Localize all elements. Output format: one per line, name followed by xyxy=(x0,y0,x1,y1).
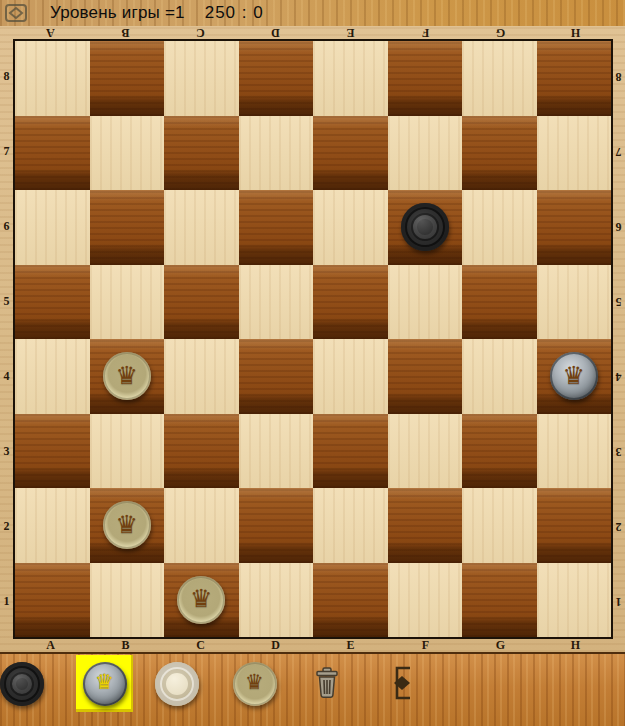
board-setup-icon[interactable] xyxy=(4,3,28,23)
square-g1[interactable] xyxy=(462,563,537,638)
square-d3[interactable] xyxy=(239,414,314,489)
file-labels-bottom: ABCDEFGH xyxy=(13,639,613,652)
square-g5[interactable] xyxy=(462,265,537,340)
palette-black-man-button[interactable] xyxy=(0,655,50,712)
square-d1[interactable] xyxy=(239,563,314,638)
square-f5[interactable] xyxy=(388,265,463,340)
piece-b4-white-king[interactable]: ♛ xyxy=(103,352,151,400)
square-c6[interactable] xyxy=(164,190,239,265)
score-text: 250 : 0 xyxy=(205,3,264,23)
rank-label-6: 6 xyxy=(612,189,625,264)
exit-icon[interactable] xyxy=(391,664,419,704)
square-b6[interactable] xyxy=(90,190,165,265)
rank-label-6: 6 xyxy=(0,189,13,264)
square-b2[interactable]: ♛ xyxy=(90,488,165,563)
square-a8[interactable] xyxy=(15,41,90,116)
file-labels-top: ABCDEFGH xyxy=(13,26,613,39)
palette-white-king-button[interactable]: ♛ xyxy=(226,655,283,712)
square-d8[interactable] xyxy=(239,41,314,116)
square-h5[interactable] xyxy=(537,265,612,340)
square-g8[interactable] xyxy=(462,41,537,116)
palette-piece-white-king: ♛ xyxy=(233,662,277,706)
square-h7[interactable] xyxy=(537,116,612,191)
square-f4[interactable] xyxy=(388,339,463,414)
square-a6[interactable] xyxy=(15,190,90,265)
board-grid: ♛♛♛♛ xyxy=(13,39,613,639)
rank-label-1: 1 xyxy=(0,564,13,639)
square-h2[interactable] xyxy=(537,488,612,563)
piece-h4-black-king[interactable]: ♛ xyxy=(550,352,598,400)
rank-label-7: 7 xyxy=(612,114,625,189)
crown-icon: ♛ xyxy=(95,672,114,693)
palette-black-king-button[interactable]: ♛ xyxy=(76,655,133,712)
rank-label-8: 8 xyxy=(612,39,625,114)
square-b5[interactable] xyxy=(90,265,165,340)
file-label-c: C xyxy=(163,26,238,39)
file-label-b: B xyxy=(88,639,163,652)
square-a4[interactable] xyxy=(15,339,90,414)
rank-label-3: 3 xyxy=(0,414,13,489)
file-label-g: G xyxy=(463,26,538,39)
square-e3[interactable] xyxy=(313,414,388,489)
square-g6[interactable] xyxy=(462,190,537,265)
square-b1[interactable] xyxy=(90,563,165,638)
palette-white-man-button[interactable] xyxy=(148,655,205,712)
rank-label-7: 7 xyxy=(0,114,13,189)
file-label-g: G xyxy=(463,639,538,652)
square-a1[interactable] xyxy=(15,563,90,638)
file-label-f: F xyxy=(388,639,463,652)
square-f2[interactable] xyxy=(388,488,463,563)
file-label-b: B xyxy=(88,26,163,39)
piece-palette-toolbar: ♛ ♛ xyxy=(0,652,625,726)
square-e7[interactable] xyxy=(313,116,388,191)
file-label-a: A xyxy=(13,639,88,652)
rank-label-5: 5 xyxy=(0,264,13,339)
checkers-app: Уровень игры =1 250 : 0 ABCDEFGH 8765432… xyxy=(0,0,625,726)
rank-label-4: 4 xyxy=(612,339,625,414)
file-label-a: A xyxy=(13,26,88,39)
palette-piece-black-man xyxy=(0,662,44,706)
square-h4[interactable]: ♛ xyxy=(537,339,612,414)
rank-label-2: 2 xyxy=(612,489,625,564)
square-f6[interactable] xyxy=(388,190,463,265)
square-g3[interactable] xyxy=(462,414,537,489)
square-h8[interactable] xyxy=(537,41,612,116)
square-e1[interactable] xyxy=(313,563,388,638)
square-c1[interactable]: ♛ xyxy=(164,563,239,638)
square-a3[interactable] xyxy=(15,414,90,489)
level-text: Уровень игры =1 xyxy=(50,3,185,23)
square-c3[interactable] xyxy=(164,414,239,489)
file-label-c: C xyxy=(163,639,238,652)
square-e8[interactable] xyxy=(313,41,388,116)
square-h3[interactable] xyxy=(537,414,612,489)
crown-icon: ♛ xyxy=(116,512,138,537)
rank-labels-right: 87654321 xyxy=(612,39,625,639)
title-bar: Уровень игры =1 250 : 0 xyxy=(0,0,625,27)
square-d5[interactable] xyxy=(239,265,314,340)
file-label-h: H xyxy=(538,639,613,652)
file-label-f: F xyxy=(388,26,463,39)
square-f1[interactable] xyxy=(388,563,463,638)
square-b8[interactable] xyxy=(90,41,165,116)
piece-f6-black-man[interactable] xyxy=(401,203,449,251)
square-h1[interactable] xyxy=(537,563,612,638)
square-c5[interactable] xyxy=(164,265,239,340)
palette-piece-white-man xyxy=(155,662,199,706)
piece-c1-white-king[interactable]: ♛ xyxy=(177,576,225,624)
trash-icon[interactable] xyxy=(312,666,342,702)
crown-icon: ♛ xyxy=(116,363,138,388)
crown-icon: ♛ xyxy=(245,672,264,693)
square-g7[interactable] xyxy=(462,116,537,191)
crown-icon: ♛ xyxy=(190,586,212,611)
square-f3[interactable] xyxy=(388,414,463,489)
square-c2[interactable] xyxy=(164,488,239,563)
file-label-d: D xyxy=(238,26,313,39)
square-a7[interactable] xyxy=(15,116,90,191)
crown-icon: ♛ xyxy=(563,363,585,388)
rank-label-2: 2 xyxy=(0,489,13,564)
square-d7[interactable] xyxy=(239,116,314,191)
file-label-d: D xyxy=(238,639,313,652)
rank-labels-left: 87654321 xyxy=(0,39,13,639)
square-g4[interactable] xyxy=(462,339,537,414)
square-b4[interactable]: ♛ xyxy=(90,339,165,414)
square-e6[interactable] xyxy=(313,190,388,265)
rank-label-8: 8 xyxy=(0,39,13,114)
square-f8[interactable] xyxy=(388,41,463,116)
square-e5[interactable] xyxy=(313,265,388,340)
file-label-e: E xyxy=(313,26,388,39)
square-c4[interactable] xyxy=(164,339,239,414)
square-f7[interactable] xyxy=(388,116,463,191)
rank-label-5: 5 xyxy=(612,264,625,339)
file-label-e: E xyxy=(313,639,388,652)
square-c8[interactable] xyxy=(164,41,239,116)
square-b3[interactable] xyxy=(90,414,165,489)
square-d2[interactable] xyxy=(239,488,314,563)
square-e2[interactable] xyxy=(313,488,388,563)
square-h6[interactable] xyxy=(537,190,612,265)
square-b7[interactable] xyxy=(90,116,165,191)
square-c7[interactable] xyxy=(164,116,239,191)
square-d4[interactable] xyxy=(239,339,314,414)
palette-piece-black-king: ♛ xyxy=(83,662,127,706)
board-frame: ABCDEFGH 87654321 87654321 ABCDEFGH ♛♛♛♛ xyxy=(0,26,625,652)
file-label-h: H xyxy=(538,26,613,39)
square-d6[interactable] xyxy=(239,190,314,265)
square-e4[interactable] xyxy=(313,339,388,414)
square-g2[interactable] xyxy=(462,488,537,563)
square-a2[interactable] xyxy=(15,488,90,563)
rank-label-4: 4 xyxy=(0,339,13,414)
rank-label-1: 1 xyxy=(612,564,625,639)
piece-b2-white-king[interactable]: ♛ xyxy=(103,501,151,549)
square-a5[interactable] xyxy=(15,265,90,340)
rank-label-3: 3 xyxy=(612,414,625,489)
